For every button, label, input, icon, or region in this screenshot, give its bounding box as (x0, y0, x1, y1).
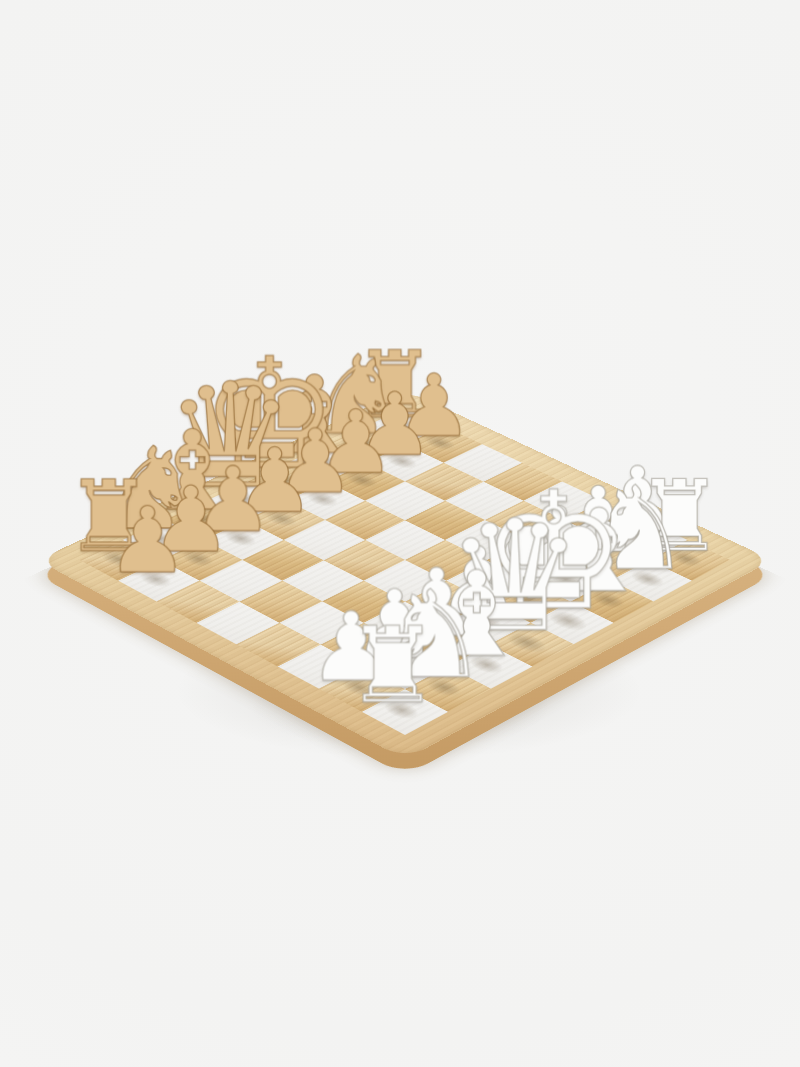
piece-shadow (295, 447, 353, 475)
piece-shadow (333, 466, 392, 494)
square-a7: ♟ (118, 560, 200, 601)
square-h7: ♟ (405, 426, 482, 463)
square-h8: ♜ (367, 408, 444, 444)
square-f8: ♝ (288, 444, 366, 481)
chessboard-grid: ♜♟♟♜♞♟♟♞♝♟♟♝♚♟♟♚♛♟♟♛♝♟♟♝♞♟♟♞♜♟♟♜ (80, 408, 731, 735)
piece-shadow (373, 411, 430, 438)
piece-shadow (373, 447, 431, 475)
square-g8: ♞ (328, 426, 405, 463)
chessboard-wrapper: ♜♟♟♜♞♟♟♞♝♟♟♝♚♟♟♚♛♟♟♛♝♟♟♝♞♟♟♞♜♟♟♜ (145, 300, 665, 820)
piece-glyph: ♟ (318, 381, 472, 467)
square-d6 (284, 520, 365, 560)
chessboard: ♜♟♟♜♞♟♟♞♝♟♟♝♚♟♟♚♛♟♟♛♝♟♟♝♞♟♟♞♜♟♟♜ (37, 390, 772, 760)
piece-glyph: ♟ (358, 363, 510, 449)
square-f7: ♟ (326, 463, 405, 501)
square-g7: ♟ (366, 444, 444, 481)
piece-glyph: ♜ (308, 613, 479, 718)
square-a1: ♜ (362, 689, 449, 735)
product-photo-canvas: ♜♟♟♜♞♟♟♞♝♟♟♝♚♟♟♚♛♟♟♛♝♟♟♝♞♟♟♞♜♟♟♜ (0, 0, 800, 1067)
piece-shadow (334, 429, 392, 456)
piece-glyph: ♟ (278, 399, 433, 486)
piece-glyph: ♟ (67, 495, 229, 586)
photo-scene: ♜♟♟♜♞♟♟♞♝♟♟♝♚♟♟♚♛♟♟♛♝♟♟♝♞♟♟♞♜♟♟♜ (0, 0, 800, 1067)
piece-shadow (293, 485, 352, 514)
piece-glyph: ♜ (319, 338, 470, 431)
piece-shadow (411, 429, 469, 456)
square-e7: ♟ (286, 481, 365, 520)
piece-glyph: ♞ (278, 341, 430, 450)
piece-glyph: ♝ (238, 361, 392, 469)
square-e6 (325, 501, 405, 540)
